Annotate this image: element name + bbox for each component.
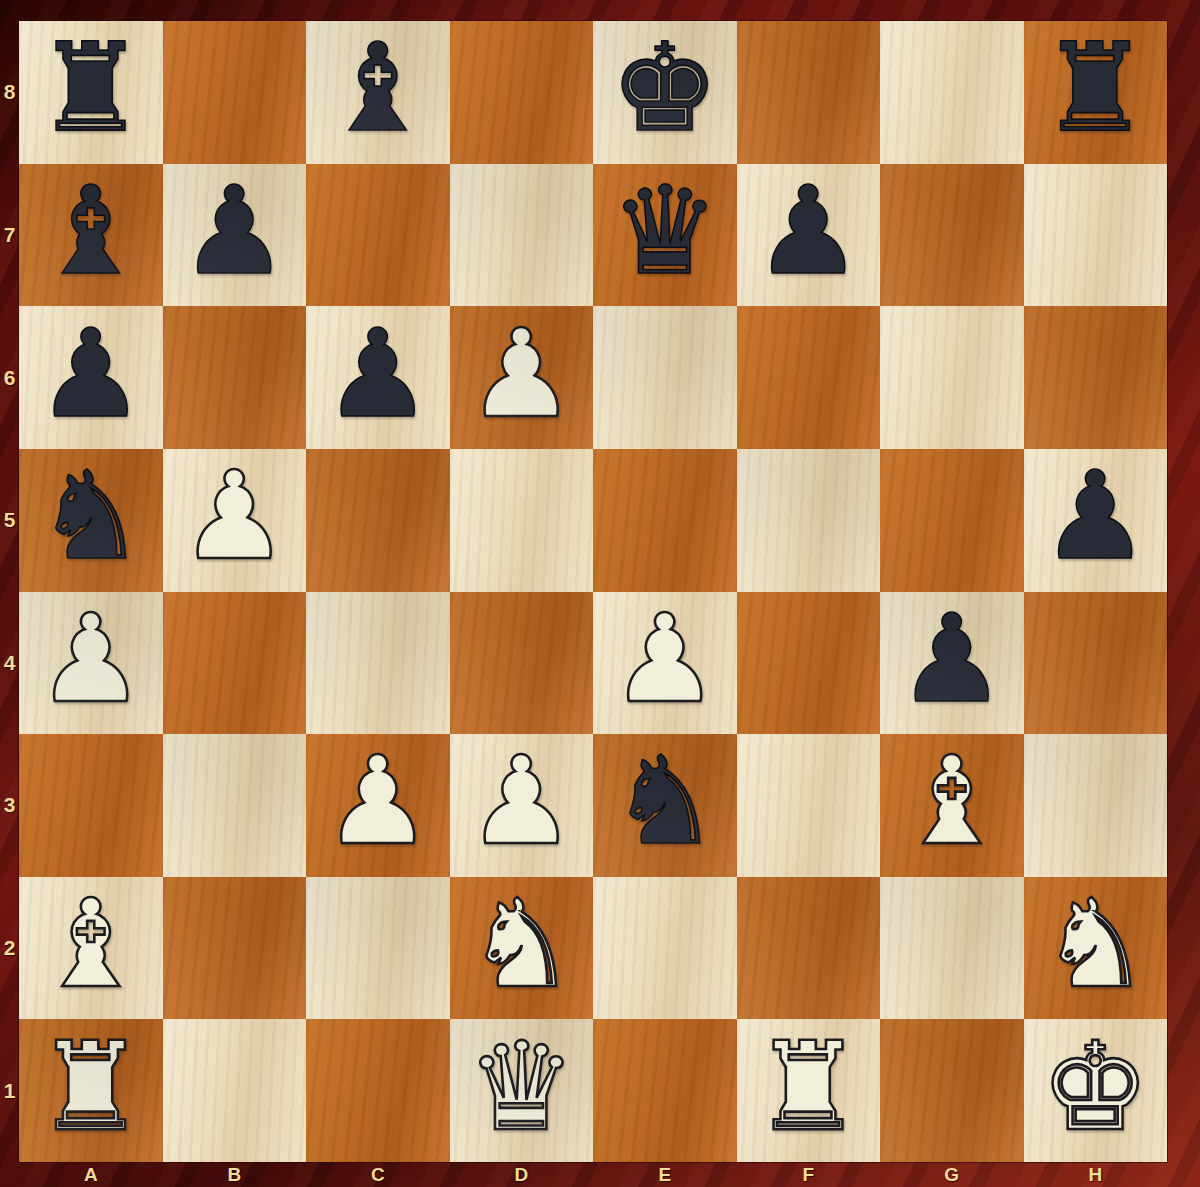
square-b2[interactable]: [163, 877, 307, 1020]
square-c3[interactable]: ♟: [306, 734, 450, 877]
rank-label-5: 5: [0, 449, 19, 592]
square-b8[interactable]: [163, 21, 307, 164]
file-label-g: G: [880, 1162, 1024, 1187]
square-d1[interactable]: ♛: [450, 1019, 594, 1162]
square-c6[interactable]: ♟: [306, 306, 450, 449]
square-e1[interactable]: [593, 1019, 737, 1162]
square-h1[interactable]: ♚: [1024, 1019, 1168, 1162]
rank-label-8: 8: [0, 21, 19, 164]
square-a8[interactable]: ♜: [19, 21, 163, 164]
square-c8[interactable]: ♝: [306, 21, 450, 164]
square-f5[interactable]: [737, 449, 881, 592]
file-label-d: D: [450, 1162, 594, 1187]
square-a5[interactable]: ♞: [19, 449, 163, 592]
square-b5[interactable]: ♟: [163, 449, 307, 592]
file-label-b: B: [163, 1162, 307, 1187]
rank-label-3: 3: [0, 734, 19, 877]
square-b7[interactable]: ♟: [163, 164, 307, 307]
white-pawn-icon: ♟: [36, 598, 145, 720]
square-e2[interactable]: [593, 877, 737, 1020]
white-pawn-icon: ♟: [610, 598, 719, 720]
square-g7[interactable]: [880, 164, 1024, 307]
white-pawn-icon: ♟: [323, 740, 432, 862]
square-b1[interactable]: [163, 1019, 307, 1162]
file-labels: ABCDEFGH: [19, 1162, 1167, 1187]
black-pawn-icon: ♟: [754, 170, 863, 292]
file-label-a: A: [19, 1162, 163, 1187]
square-b4[interactable]: [163, 592, 307, 735]
file-label-e: E: [593, 1162, 737, 1187]
square-a6[interactable]: ♟: [19, 306, 163, 449]
square-b6[interactable]: [163, 306, 307, 449]
square-a1[interactable]: ♜: [19, 1019, 163, 1162]
square-e5[interactable]: [593, 449, 737, 592]
rank-labels: 87654321: [0, 21, 19, 1162]
square-g1[interactable]: [880, 1019, 1024, 1162]
square-b3[interactable]: [163, 734, 307, 877]
square-f3[interactable]: [737, 734, 881, 877]
square-g2[interactable]: [880, 877, 1024, 1020]
black-knight-icon: ♞: [610, 740, 719, 862]
white-rook-icon: ♜: [36, 1026, 145, 1148]
black-king-icon: ♚: [610, 27, 719, 149]
square-g3[interactable]: ♝: [880, 734, 1024, 877]
square-h3[interactable]: [1024, 734, 1168, 877]
square-d7[interactable]: [450, 164, 594, 307]
square-c1[interactable]: [306, 1019, 450, 1162]
rank-label-7: 7: [0, 164, 19, 307]
white-pawn-icon: ♟: [467, 313, 576, 435]
white-bishop-icon: ♝: [897, 740, 1006, 862]
square-a4[interactable]: ♟: [19, 592, 163, 735]
white-knight-icon: ♞: [467, 883, 576, 1005]
file-label-h: H: [1024, 1162, 1168, 1187]
square-d4[interactable]: [450, 592, 594, 735]
square-f8[interactable]: [737, 21, 881, 164]
square-g8[interactable]: [880, 21, 1024, 164]
white-rook-icon: ♜: [754, 1026, 863, 1148]
square-d3[interactable]: ♟: [450, 734, 594, 877]
square-d5[interactable]: [450, 449, 594, 592]
white-bishop-icon: ♝: [36, 883, 145, 1005]
square-h7[interactable]: [1024, 164, 1168, 307]
square-f4[interactable]: [737, 592, 881, 735]
square-g4[interactable]: ♟: [880, 592, 1024, 735]
square-d8[interactable]: [450, 21, 594, 164]
square-e4[interactable]: ♟: [593, 592, 737, 735]
square-g5[interactable]: [880, 449, 1024, 592]
file-label-f: F: [737, 1162, 881, 1187]
square-c4[interactable]: [306, 592, 450, 735]
black-pawn-icon: ♟: [897, 598, 1006, 720]
black-pawn-icon: ♟: [180, 170, 289, 292]
white-queen-icon: ♛: [467, 1026, 576, 1148]
square-h4[interactable]: [1024, 592, 1168, 735]
square-c5[interactable]: [306, 449, 450, 592]
rank-label-6: 6: [0, 306, 19, 449]
square-a7[interactable]: ♝: [19, 164, 163, 307]
black-rook-icon: ♜: [1041, 27, 1150, 149]
white-knight-icon: ♞: [1041, 883, 1150, 1005]
square-h6[interactable]: [1024, 306, 1168, 449]
black-bishop-icon: ♝: [323, 27, 432, 149]
file-label-c: C: [306, 1162, 450, 1187]
square-e3[interactable]: ♞: [593, 734, 737, 877]
square-e6[interactable]: [593, 306, 737, 449]
square-d6[interactable]: ♟: [450, 306, 594, 449]
white-pawn-icon: ♟: [467, 740, 576, 862]
black-rook-icon: ♜: [36, 27, 145, 149]
rank-label-2: 2: [0, 877, 19, 1020]
square-h5[interactable]: ♟: [1024, 449, 1168, 592]
square-g6[interactable]: [880, 306, 1024, 449]
square-f2[interactable]: [737, 877, 881, 1020]
white-pawn-icon: ♟: [180, 455, 289, 577]
black-knight-icon: ♞: [36, 455, 145, 577]
square-e8[interactable]: ♚: [593, 21, 737, 164]
square-c2[interactable]: [306, 877, 450, 1020]
black-bishop-icon: ♝: [36, 170, 145, 292]
square-f7[interactable]: ♟: [737, 164, 881, 307]
rank-label-4: 4: [0, 592, 19, 735]
chess-board: ♜♝♚♜♝♟♛♟♟♟♟♞♟♟♟♟♟♟♟♞♝♝♞♞♜♛♜♚: [19, 21, 1167, 1162]
square-h2[interactable]: ♞: [1024, 877, 1168, 1020]
white-king-icon: ♚: [1041, 1026, 1150, 1148]
square-f6[interactable]: [737, 306, 881, 449]
square-a3[interactable]: [19, 734, 163, 877]
black-pawn-icon: ♟: [36, 313, 145, 435]
square-d2[interactable]: ♞: [450, 877, 594, 1020]
black-pawn-icon: ♟: [323, 313, 432, 435]
square-a2[interactable]: ♝: [19, 877, 163, 1020]
black-queen-icon: ♛: [610, 170, 719, 292]
square-h8[interactable]: ♜: [1024, 21, 1168, 164]
black-pawn-icon: ♟: [1041, 455, 1150, 577]
square-e7[interactable]: ♛: [593, 164, 737, 307]
board-frame: ♜♝♚♜♝♟♛♟♟♟♟♞♟♟♟♟♟♟♟♞♝♝♞♞♜♛♜♚ 87654321 AB…: [0, 0, 1200, 1187]
square-f1[interactable]: ♜: [737, 1019, 881, 1162]
rank-label-1: 1: [0, 1019, 19, 1162]
square-c7[interactable]: [306, 164, 450, 307]
